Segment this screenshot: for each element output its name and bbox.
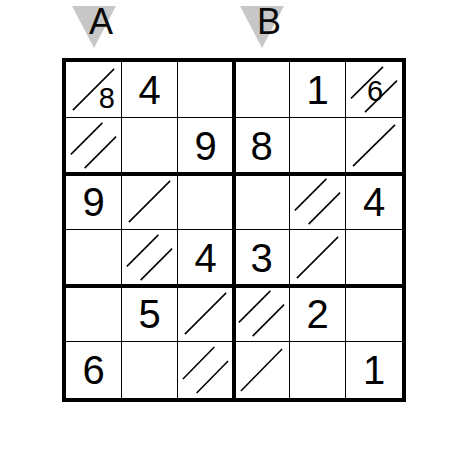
cell-r5c4[interactable] [234, 286, 290, 342]
cell-r5c2[interactable]: 5 [122, 286, 178, 342]
cell-r4c1[interactable] [66, 230, 122, 286]
marker-b-label: B [257, 3, 281, 41]
cell-r4c6[interactable] [346, 230, 402, 286]
cell-r5c3[interactable] [178, 286, 234, 342]
sudoku-board: 84169894435261 [62, 58, 406, 402]
given-digit: 3 [250, 238, 272, 278]
cell-r2c5[interactable] [290, 118, 346, 174]
given-digit: 4 [363, 182, 385, 222]
given-digit: 8 [250, 126, 272, 166]
cell-r6c4[interactable] [234, 342, 290, 398]
given-digit: 5 [138, 294, 160, 334]
given-digit: 6 [82, 350, 104, 390]
double-slash-icon [122, 230, 177, 285]
cell-r4c2[interactable] [122, 230, 178, 286]
slash-icon [290, 230, 345, 285]
cell-r3c4[interactable] [234, 174, 290, 230]
cell-r2c1[interactable] [66, 118, 122, 174]
given-digit: 2 [306, 294, 328, 334]
cell-r1c1[interactable]: 8 [66, 62, 122, 118]
double-slash-icon [234, 286, 289, 341]
cell-r1c5[interactable]: 1 [290, 62, 346, 118]
given-digit: 4 [138, 70, 160, 110]
cell-r5c6[interactable] [346, 286, 402, 342]
slash-icon [346, 118, 402, 173]
slash-icon [234, 342, 289, 398]
given-digit: 1 [363, 350, 385, 390]
cell-r1c4[interactable] [234, 62, 290, 118]
cell-r6c1[interactable]: 6 [66, 342, 122, 398]
cell-r6c6[interactable]: 1 [346, 342, 402, 398]
answer-marker-b: B [240, 6, 284, 50]
marker-a-label: A [89, 3, 113, 41]
cell-r4c4[interactable]: 3 [234, 230, 290, 286]
cell-r2c2[interactable] [122, 118, 178, 174]
given-digit: 4 [194, 238, 216, 278]
cell-r2c4[interactable]: 8 [234, 118, 290, 174]
cell-r1c6[interactable]: 6 [346, 62, 402, 118]
cell-r6c3[interactable] [178, 342, 234, 398]
slash-icon [178, 286, 233, 341]
cell-r3c6[interactable]: 4 [346, 174, 402, 230]
answer-marker-a: A [72, 6, 116, 50]
given-digit: 8 [99, 84, 115, 113]
cell-r4c3[interactable]: 4 [178, 230, 234, 286]
cell-r3c2[interactable] [122, 174, 178, 230]
cell-r6c2[interactable] [122, 342, 178, 398]
given-digit: 6 [367, 76, 383, 105]
cell-r3c5[interactable] [290, 174, 346, 230]
cell-r1c3[interactable] [178, 62, 234, 118]
cell-r3c3[interactable] [178, 174, 234, 230]
cell-r2c6[interactable] [346, 118, 402, 174]
given-digit: 1 [306, 70, 328, 110]
box-border-horizontal-1 [66, 172, 402, 176]
cell-r4c5[interactable] [290, 230, 346, 286]
cell-r6c5[interactable] [290, 342, 346, 398]
slash-icon [122, 174, 177, 229]
cell-r5c5[interactable]: 2 [290, 286, 346, 342]
box-border-vertical [232, 62, 236, 398]
cell-r5c1[interactable] [66, 286, 122, 342]
double-slash-icon [290, 174, 345, 229]
cell-r2c3[interactable]: 9 [178, 118, 234, 174]
cell-r3c1[interactable]: 9 [66, 174, 122, 230]
box-border-horizontal-2 [66, 284, 402, 288]
cell-r1c2[interactable]: 4 [122, 62, 178, 118]
double-slash-icon [66, 118, 121, 173]
puzzle-canvas: A B 84169894435261 [0, 0, 471, 461]
given-digit: 9 [194, 126, 216, 166]
given-digit: 9 [82, 182, 104, 222]
double-slash-icon [178, 342, 233, 398]
